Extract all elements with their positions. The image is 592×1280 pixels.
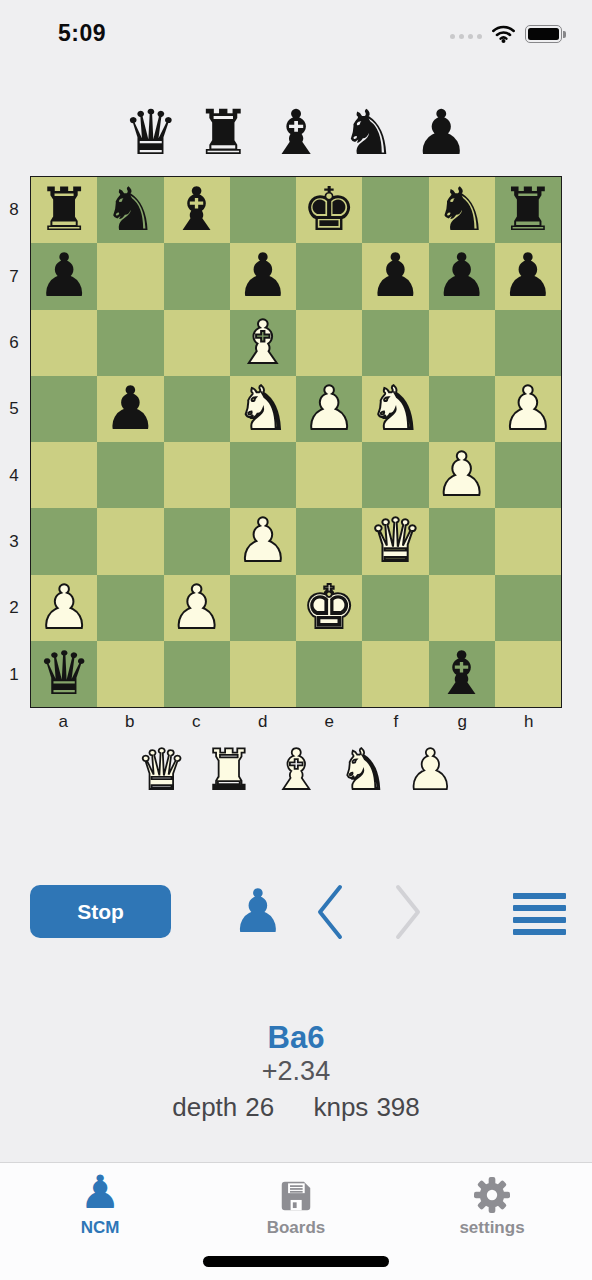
square-b5[interactable]: ♟ — [97, 376, 163, 442]
black-piece-palette: ♛♜♝♞♟ — [0, 94, 592, 164]
square-f6[interactable] — [362, 310, 428, 376]
square-g7[interactable]: ♟ — [429, 243, 495, 309]
black-knight-piece: ♞ — [103, 179, 157, 239]
square-g4[interactable]: ♟ — [429, 442, 495, 508]
black-pawn-piece: ♟ — [501, 245, 555, 305]
square-g5[interactable] — [429, 376, 495, 442]
rank-label-4: 4 — [0, 443, 28, 509]
square-f3[interactable]: ♛ — [362, 508, 428, 574]
square-f4[interactable] — [362, 442, 428, 508]
square-c2[interactable]: ♟ — [164, 575, 230, 641]
pawn-icon[interactable]: ♟ — [222, 880, 294, 942]
depth-value: 26 — [245, 1092, 274, 1122]
tab-ncm[interactable]: ♟ NCM — [30, 1171, 170, 1238]
square-d4[interactable] — [230, 442, 296, 508]
black-pawn-piece: ♟ — [368, 245, 422, 305]
white-pawn-piece: ♟ — [37, 577, 91, 637]
square-e8[interactable]: ♚ — [296, 177, 362, 243]
square-d6[interactable]: ♝ — [230, 310, 296, 376]
file-label-h: h — [496, 712, 563, 732]
palette-white-bishop[interactable]: ♝ — [271, 742, 321, 798]
depth-label: depth — [172, 1092, 237, 1122]
square-e6[interactable] — [296, 310, 362, 376]
black-bishop-piece: ♝ — [435, 643, 489, 703]
square-b4[interactable] — [97, 442, 163, 508]
square-h3[interactable] — [495, 508, 561, 574]
square-c8[interactable]: ♝ — [164, 177, 230, 243]
square-e3[interactable] — [296, 508, 362, 574]
palette-white-pawn[interactable]: ♟ — [405, 742, 455, 798]
screen: 5:09 ♛♜♝♞♟ 87654321 ♜♞♝♚♞♜♟♟♟♟♟♝♟♞♟♞♟♟♟♛… — [0, 0, 592, 1280]
pawn-icon: ♟ — [79, 1169, 120, 1215]
square-g2[interactable] — [429, 575, 495, 641]
tab-boards[interactable]: Boards — [226, 1171, 366, 1238]
black-king-piece: ♚ — [302, 179, 356, 239]
square-h6[interactable] — [495, 310, 561, 376]
white-queen-piece: ♛ — [368, 510, 422, 570]
square-a8[interactable]: ♜ — [31, 177, 97, 243]
knps-value: 398 — [376, 1092, 419, 1122]
gear-icon — [472, 1175, 512, 1215]
rank-label-6: 6 — [0, 310, 28, 376]
file-label-c: c — [163, 712, 230, 732]
black-knight-piece: ♞ — [435, 179, 489, 239]
square-d8[interactable] — [230, 177, 296, 243]
square-g8[interactable]: ♞ — [429, 177, 495, 243]
tab-settings[interactable]: settings — [422, 1171, 562, 1238]
rank-label-3: 3 — [0, 509, 28, 575]
knps-label: knps — [313, 1092, 368, 1122]
rank-label-1: 1 — [0, 642, 28, 708]
home-indicator[interactable] — [203, 1256, 389, 1267]
best-move: Ba6 — [0, 1020, 592, 1056]
black-queen-piece: ♛ — [37, 643, 91, 703]
white-pawn-piece: ♟ — [302, 378, 356, 438]
square-h1[interactable] — [495, 641, 561, 707]
white-bishop-piece: ♝ — [236, 312, 290, 372]
tab-boards-label: Boards — [267, 1218, 326, 1238]
square-c7[interactable] — [164, 243, 230, 309]
square-b7[interactable] — [97, 243, 163, 309]
status-icons — [450, 24, 562, 43]
square-e4[interactable] — [296, 442, 362, 508]
square-g1[interactable]: ♝ — [429, 641, 495, 707]
white-knight-piece: ♞ — [236, 378, 290, 438]
square-h4[interactable] — [495, 442, 561, 508]
square-e1[interactable] — [296, 641, 362, 707]
square-f2[interactable] — [362, 575, 428, 641]
chevron-left-icon[interactable] — [314, 883, 346, 941]
rank-labels: 87654321 — [0, 177, 28, 708]
white-pawn-piece: ♟ — [236, 510, 290, 570]
evaluation-score: +2.34 — [0, 1056, 592, 1087]
square-a5[interactable] — [31, 376, 97, 442]
square-b1[interactable] — [97, 641, 163, 707]
rank-label-7: 7 — [0, 243, 28, 309]
palette-black-bishop[interactable]: ♝ — [268, 102, 324, 164]
floppy-disk-icon — [277, 1177, 315, 1215]
square-f5[interactable]: ♞ — [362, 376, 428, 442]
palette-black-knight[interactable]: ♞ — [341, 102, 397, 164]
cellular-signal-icon — [450, 34, 482, 39]
square-b6[interactable] — [97, 310, 163, 376]
square-h8[interactable]: ♜ — [495, 177, 561, 243]
palette-white-knight[interactable]: ♞ — [338, 742, 388, 798]
square-e5[interactable]: ♟ — [296, 376, 362, 442]
square-c3[interactable] — [164, 508, 230, 574]
black-bishop-piece: ♝ — [170, 179, 224, 239]
chess-board[interactable]: ♜♞♝♚♞♜♟♟♟♟♟♝♟♞♟♞♟♟♟♛♟♟♚♛♝ — [30, 176, 562, 708]
file-label-f: f — [363, 712, 430, 732]
tab-ncm-label: NCM — [81, 1218, 120, 1238]
square-h7[interactable]: ♟ — [495, 243, 561, 309]
file-labels: abcdefgh — [30, 712, 562, 732]
rank-label-5: 5 — [0, 376, 28, 442]
square-a2[interactable]: ♟ — [31, 575, 97, 641]
white-piece-palette: ♛♜♝♞♟ — [0, 736, 592, 798]
white-king-piece: ♚ — [302, 577, 356, 637]
square-e2[interactable]: ♚ — [296, 575, 362, 641]
square-a4[interactable] — [31, 442, 97, 508]
square-g3[interactable] — [429, 508, 495, 574]
file-label-a: a — [30, 712, 97, 732]
battery-icon — [525, 25, 562, 43]
chevron-right-icon[interactable] — [392, 883, 424, 941]
palette-black-pawn[interactable]: ♟ — [413, 102, 469, 164]
square-h2[interactable] — [495, 575, 561, 641]
square-a1[interactable]: ♛ — [31, 641, 97, 707]
rank-label-2: 2 — [0, 575, 28, 641]
file-label-e: e — [296, 712, 363, 732]
palette-black-queen[interactable]: ♛ — [123, 102, 179, 164]
square-b3[interactable] — [97, 508, 163, 574]
black-rook-piece: ♜ — [37, 179, 91, 239]
palette-white-rook[interactable]: ♜ — [204, 742, 254, 798]
file-label-d: d — [230, 712, 297, 732]
black-rook-piece: ♜ — [501, 179, 555, 239]
wifi-icon — [491, 24, 516, 43]
square-d3[interactable]: ♟ — [230, 508, 296, 574]
stop-button[interactable]: Stop — [30, 885, 171, 938]
square-g6[interactable] — [429, 310, 495, 376]
hamburger-icon[interactable] — [513, 893, 566, 935]
square-b2[interactable] — [97, 575, 163, 641]
white-pawn-piece: ♟ — [501, 378, 555, 438]
square-f8[interactable] — [362, 177, 428, 243]
square-c6[interactable] — [164, 310, 230, 376]
palette-black-rook[interactable]: ♜ — [196, 102, 252, 164]
square-f7[interactable]: ♟ — [362, 243, 428, 309]
square-e7[interactable] — [296, 243, 362, 309]
square-c4[interactable] — [164, 442, 230, 508]
black-pawn-piece: ♟ — [435, 245, 489, 305]
white-pawn-piece: ♟ — [170, 577, 224, 637]
square-b8[interactable]: ♞ — [97, 177, 163, 243]
square-d5[interactable]: ♞ — [230, 376, 296, 442]
square-a3[interactable] — [31, 508, 97, 574]
square-d2[interactable] — [230, 575, 296, 641]
white-knight-piece: ♞ — [368, 378, 422, 438]
white-pawn-piece: ♟ — [435, 444, 489, 504]
square-d7[interactable]: ♟ — [230, 243, 296, 309]
black-pawn-piece: ♟ — [103, 378, 157, 438]
black-pawn-piece: ♟ — [236, 245, 290, 305]
tab-settings-label: settings — [459, 1218, 524, 1238]
square-a6[interactable] — [31, 310, 97, 376]
engine-stats: depth26 knps398 — [0, 1092, 592, 1123]
square-a7[interactable]: ♟ — [31, 243, 97, 309]
file-label-b: b — [97, 712, 164, 732]
square-h5[interactable]: ♟ — [495, 376, 561, 442]
file-label-g: g — [429, 712, 496, 732]
square-d1[interactable] — [230, 641, 296, 707]
square-f1[interactable] — [362, 641, 428, 707]
square-c5[interactable] — [164, 376, 230, 442]
status-time: 5:09 — [58, 20, 106, 47]
palette-white-queen[interactable]: ♛ — [136, 742, 186, 798]
black-pawn-piece: ♟ — [37, 245, 91, 305]
square-c1[interactable] — [164, 641, 230, 707]
rank-label-8: 8 — [0, 177, 28, 243]
